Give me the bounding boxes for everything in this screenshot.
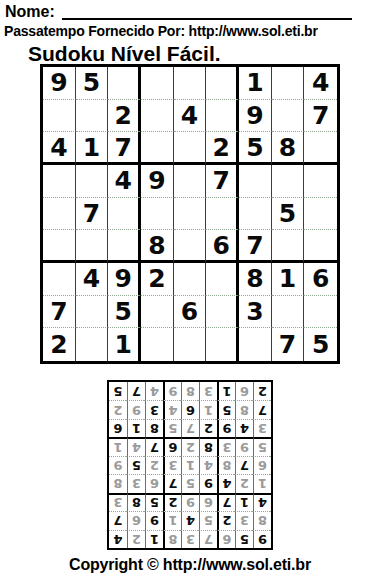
solution-cell-r1c4: 7 xyxy=(199,530,217,548)
main-cell-r8c2[interactable] xyxy=(76,296,109,329)
worksheet-page: Nome: Passatempo Fornecido Por: http://w… xyxy=(0,0,380,585)
solution-cell-r8c8: 9 xyxy=(127,400,145,418)
main-cell-r3c5[interactable] xyxy=(174,132,207,165)
solution-cell-r6c7: 7 xyxy=(145,437,163,455)
solution-cell-r9c7: 4 xyxy=(145,382,163,400)
solution-cell-r9c4: 3 xyxy=(199,382,217,400)
main-cell-r9c4[interactable] xyxy=(141,328,174,361)
solution-cell-r1c9: 4 xyxy=(109,530,127,548)
main-cell-r5c3[interactable] xyxy=(108,198,141,231)
solution-cell-r4c3: 4 xyxy=(217,474,235,492)
main-cell-r2c3: 2 xyxy=(108,100,141,133)
main-cell-r7c1[interactable] xyxy=(43,263,76,296)
solution-cell-r2c8: 6 xyxy=(127,511,145,529)
solution-cell-r1c1: 9 xyxy=(253,530,271,548)
main-cell-r9c7[interactable] xyxy=(239,328,272,361)
solution-cell-r6c2: 9 xyxy=(235,437,253,455)
solution-cell-r5c1: 6 xyxy=(253,456,271,474)
main-cell-r1c7: 1 xyxy=(239,67,272,100)
solution-cell-r7c8: 1 xyxy=(127,419,145,437)
main-cell-r4c7[interactable] xyxy=(239,165,272,198)
main-cell-r4c6: 7 xyxy=(206,165,239,198)
main-cell-r9c1: 2 xyxy=(43,328,76,361)
main-cell-r2c1[interactable] xyxy=(43,100,76,133)
main-cell-r7c4: 2 xyxy=(141,263,174,296)
solution-cell-r9c1: 2 xyxy=(253,382,271,400)
solution-cell-r6c8: 4 xyxy=(127,437,145,455)
solution-cell-r9c9: 5 xyxy=(109,382,127,400)
main-cell-r8c7: 3 xyxy=(239,296,272,329)
solution-cell-r3c1: 4 xyxy=(253,493,271,511)
main-cell-r7c3: 9 xyxy=(108,263,141,296)
solution-cell-r4c8: 3 xyxy=(127,474,145,492)
main-cell-r7c7: 8 xyxy=(239,263,272,296)
solution-cell-r5c2: 7 xyxy=(235,456,253,474)
main-cell-r6c1[interactable] xyxy=(43,230,76,263)
main-cell-r9c3: 1 xyxy=(108,328,141,361)
solution-cell-r4c4: 9 xyxy=(199,474,217,492)
main-cell-r8c8[interactable] xyxy=(272,296,305,329)
main-cell-r7c2: 4 xyxy=(76,263,109,296)
main-cell-r5c5[interactable] xyxy=(174,198,207,231)
solution-cell-r5c4: 4 xyxy=(199,456,217,474)
main-cell-r5c8: 5 xyxy=(272,198,305,231)
solution-cell-r4c1: 1 xyxy=(253,474,271,492)
solution-cell-r7c3: 9 xyxy=(217,419,235,437)
solution-cell-r5c5: 1 xyxy=(181,456,199,474)
main-cell-r1c8[interactable] xyxy=(272,67,305,100)
solution-cell-r8c7: 3 xyxy=(145,400,163,418)
main-cell-r4c8[interactable] xyxy=(272,165,305,198)
main-cell-r4c4: 9 xyxy=(141,165,174,198)
main-cell-r1c2: 5 xyxy=(76,67,109,100)
main-cell-r3c8: 8 xyxy=(272,132,305,165)
main-cell-r2c5: 4 xyxy=(174,100,207,133)
main-cell-r2c9: 7 xyxy=(304,100,337,133)
main-cell-r9c5[interactable] xyxy=(174,328,207,361)
main-cell-r3c6: 2 xyxy=(206,132,239,165)
main-cell-r6c6: 6 xyxy=(206,230,239,263)
solution-cell-r3c7: 5 xyxy=(145,493,163,511)
solution-cell-r2c9: 7 xyxy=(109,511,127,529)
solution-cell-r6c3: 3 xyxy=(217,437,235,455)
main-cell-r6c9[interactable] xyxy=(304,230,337,263)
solution-cell-r2c6: 1 xyxy=(163,511,181,529)
main-cell-r8c3: 5 xyxy=(108,296,141,329)
solution-cell-r3c6: 2 xyxy=(163,493,181,511)
main-cell-r2c2[interactable] xyxy=(76,100,109,133)
solution-cell-r8c4: 1 xyxy=(199,400,217,418)
solution-cell-r3c8: 8 xyxy=(127,493,145,511)
main-cell-r7c8: 1 xyxy=(272,263,305,296)
main-cell-r2c4[interactable] xyxy=(141,100,174,133)
main-cell-r7c6[interactable] xyxy=(206,263,239,296)
main-cell-r1c1: 9 xyxy=(43,67,76,100)
main-cell-r8c1: 7 xyxy=(43,296,76,329)
solution-cell-r9c6: 9 xyxy=(163,382,181,400)
solution-cell-r2c3: 2 xyxy=(217,511,235,529)
solution-cell-r2c1: 8 xyxy=(253,511,271,529)
solution-cell-r5c7: 2 xyxy=(145,456,163,474)
solution-cell-r1c3: 6 xyxy=(217,530,235,548)
main-cell-r6c4: 8 xyxy=(141,230,174,263)
solution-cell-r2c4: 5 xyxy=(199,511,217,529)
solution-cell-r2c2: 3 xyxy=(235,511,253,529)
solution-cell-r8c3: 5 xyxy=(217,400,235,418)
solution-cell-r7c5: 7 xyxy=(181,419,199,437)
solution-cell-r9c3: 1 xyxy=(217,382,235,400)
solution-cell-r4c5: 5 xyxy=(181,474,199,492)
solution-cell-r5c8: 5 xyxy=(127,456,145,474)
solution-cell-r7c9: 6 xyxy=(109,419,127,437)
main-cell-r6c8[interactable] xyxy=(272,230,305,263)
main-cell-r3c3: 7 xyxy=(108,132,141,165)
main-cell-r9c8: 7 xyxy=(272,328,305,361)
provider-line: Passatempo Fornecido Por: http://www.sol… xyxy=(4,23,318,39)
main-cell-r1c5[interactable] xyxy=(174,67,207,100)
solution-cell-r3c2: 1 xyxy=(235,493,253,511)
solution-cell-r6c4: 8 xyxy=(199,437,217,455)
name-label: Nome: xyxy=(5,3,55,21)
main-cell-r6c2[interactable] xyxy=(76,230,109,263)
main-cell-r3c9[interactable] xyxy=(304,132,337,165)
main-cell-r4c3: 4 xyxy=(108,165,141,198)
main-sudoku-grid: 951424974172584977586749281675632175 xyxy=(40,64,340,364)
solution-cell-r7c1: 3 xyxy=(253,419,271,437)
solution-cell-r8c5: 6 xyxy=(181,400,199,418)
main-cell-r8c5: 6 xyxy=(174,296,207,329)
solution-cell-r4c2: 2 xyxy=(235,474,253,492)
solution-cell-r2c5: 4 xyxy=(181,511,199,529)
main-cell-r2c8[interactable] xyxy=(272,100,305,133)
main-cell-r4c9[interactable] xyxy=(304,165,337,198)
main-cell-r8c9[interactable] xyxy=(304,296,337,329)
name-blank-line xyxy=(62,1,352,20)
main-cell-r6c5[interactable] xyxy=(174,230,207,263)
solution-cell-r6c5: 2 xyxy=(181,437,199,455)
solution-cell-r5c9: 9 xyxy=(109,456,127,474)
main-cell-r3c4[interactable] xyxy=(141,132,174,165)
solution-grid-rotated: 9567381248325419674176925831249576386784… xyxy=(107,380,273,550)
main-cell-r1c6[interactable] xyxy=(206,67,239,100)
solution-cell-r7c4: 2 xyxy=(199,419,217,437)
solution-cell-r8c1: 7 xyxy=(253,400,271,418)
main-cell-r6c3[interactable] xyxy=(108,230,141,263)
solution-cell-r3c5: 9 xyxy=(181,493,199,511)
solution-cell-r1c8: 2 xyxy=(127,530,145,548)
solution-cell-r3c4: 6 xyxy=(199,493,217,511)
solution-cell-r8c6: 4 xyxy=(163,400,181,418)
main-cell-r3c1: 4 xyxy=(43,132,76,165)
main-cell-r7c9: 6 xyxy=(304,263,337,296)
main-cell-r4c2[interactable] xyxy=(76,165,109,198)
main-cell-r1c4[interactable] xyxy=(141,67,174,100)
solution-cell-r7c2: 4 xyxy=(235,419,253,437)
solution-cell-r4c6: 7 xyxy=(163,474,181,492)
main-cell-r5c9[interactable] xyxy=(304,198,337,231)
solution-cell-r1c2: 5 xyxy=(235,530,253,548)
solution-cell-r3c9: 3 xyxy=(109,493,127,511)
solution-cell-r5c6: 3 xyxy=(163,456,181,474)
main-cell-r9c9: 5 xyxy=(304,328,337,361)
main-cell-r8c4[interactable] xyxy=(141,296,174,329)
solution-cell-r9c8: 7 xyxy=(127,382,145,400)
solution-cell-r1c6: 8 xyxy=(163,530,181,548)
main-cell-r1c9: 4 xyxy=(304,67,337,100)
main-cell-r5c7[interactable] xyxy=(239,198,272,231)
solution-cell-r4c7: 6 xyxy=(145,474,163,492)
page-title: Sudoku Nível Fácil. xyxy=(28,42,221,66)
solution-cell-r2c7: 9 xyxy=(145,511,163,529)
main-cell-r3c7: 5 xyxy=(239,132,272,165)
solution-cell-r7c7: 8 xyxy=(145,419,163,437)
solution-cell-r9c5: 8 xyxy=(181,382,199,400)
solution-cell-r9c2: 6 xyxy=(235,382,253,400)
main-cell-r9c6[interactable] xyxy=(206,328,239,361)
solution-cell-r1c5: 3 xyxy=(181,530,199,548)
main-cell-r1c3[interactable] xyxy=(108,67,141,100)
main-cell-r5c4[interactable] xyxy=(141,198,174,231)
solution-cell-r6c1: 5 xyxy=(253,437,271,455)
main-cell-r6c7: 7 xyxy=(239,230,272,263)
main-cell-r5c6[interactable] xyxy=(206,198,239,231)
solution-cell-r5c3: 8 xyxy=(217,456,235,474)
main-cell-r8c6[interactable] xyxy=(206,296,239,329)
solution-cell-r4c9: 8 xyxy=(109,474,127,492)
solution-cell-r8c2: 8 xyxy=(235,400,253,418)
main-cell-r4c5[interactable] xyxy=(174,165,207,198)
main-cell-r9c2[interactable] xyxy=(76,328,109,361)
main-cell-r3c2: 1 xyxy=(76,132,109,165)
solution-cell-r7c6: 5 xyxy=(163,419,181,437)
solution-cell-r3c3: 7 xyxy=(217,493,235,511)
main-cell-r2c7: 9 xyxy=(239,100,272,133)
solution-cell-r6c6: 6 xyxy=(163,437,181,455)
main-cell-r5c2: 7 xyxy=(76,198,109,231)
main-cell-r7c5[interactable] xyxy=(174,263,207,296)
copyright-line: Copyright © http://www.sol.eti.br xyxy=(0,556,380,574)
main-cell-r4c1[interactable] xyxy=(43,165,76,198)
solution-cell-r8c9: 2 xyxy=(109,400,127,418)
main-cell-r2c6[interactable] xyxy=(206,100,239,133)
solution-cell-r1c7: 1 xyxy=(145,530,163,548)
solution-cell-r6c9: 1 xyxy=(109,437,127,455)
main-cell-r5c1[interactable] xyxy=(43,198,76,231)
